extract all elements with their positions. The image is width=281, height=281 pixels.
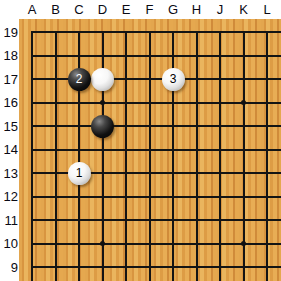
row-label-10: 10 [4,236,18,251]
column-label-J: J [217,2,224,17]
column-label-E: E [122,2,131,17]
row-label-15: 15 [4,119,18,134]
column-label-B: B [51,2,60,17]
row-labels: 191817161514131211109 [0,20,18,279]
row-label-13: 13 [4,166,18,181]
stone-move-number: 1 [76,167,83,179]
stone-layer: 231 [20,20,279,279]
row-label-18: 18 [4,48,18,63]
white-stone-G17: 3 [162,68,185,91]
column-label-H: H [192,2,201,17]
white-stone-C13: 1 [68,162,91,185]
row-label-12: 12 [4,189,18,204]
column-label-L: L [263,2,270,17]
black-stone-C17: 2 [68,68,91,91]
black-stone-D15 [91,115,114,138]
row-label-11: 11 [5,213,19,228]
stone-move-number: 3 [170,73,177,85]
row-label-16: 16 [4,95,18,110]
column-label-F: F [146,2,154,17]
column-label-A: A [28,2,37,17]
row-label-17: 17 [4,72,18,87]
stone-move-number: 2 [76,73,83,85]
row-label-14: 14 [4,142,18,157]
column-label-K: K [239,2,248,17]
row-label-19: 19 [4,25,18,40]
column-label-C: C [74,2,83,17]
column-label-D: D [98,2,107,17]
column-labels: ABCDEFGHJKL [20,0,279,19]
column-label-G: G [168,2,178,17]
row-label-9: 9 [11,260,18,275]
white-stone-D17 [91,68,114,91]
go-board-diagram: ABCDEFGHJKL 191817161514131211109 231 [0,0,281,281]
